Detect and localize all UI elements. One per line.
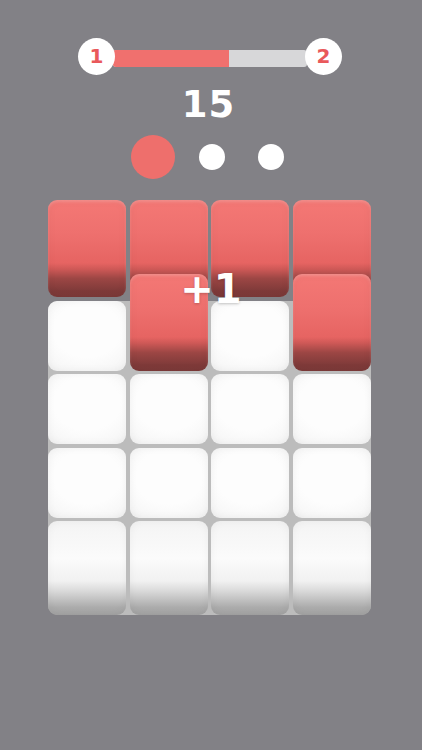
floating-score: +1 bbox=[0, 266, 422, 312]
white-cell-r3c4[interactable] bbox=[293, 374, 371, 444]
level-badge-current: 1 bbox=[78, 38, 115, 75]
white-cell-r5c3[interactable] bbox=[211, 521, 289, 615]
next-color-dot-icon bbox=[199, 144, 225, 170]
white-cell-r3c2[interactable] bbox=[130, 374, 208, 444]
level-progress-fill bbox=[113, 50, 229, 67]
white-cell-r3c3[interactable] bbox=[211, 374, 289, 444]
white-cell-r4c4[interactable] bbox=[293, 448, 371, 518]
level-next-number: 2 bbox=[317, 44, 331, 68]
white-cell-r5c4[interactable] bbox=[293, 521, 371, 615]
white-cell-r5c2[interactable] bbox=[130, 521, 208, 615]
level-current-number: 1 bbox=[90, 44, 104, 68]
white-cell-r3c1[interactable] bbox=[48, 374, 126, 444]
level-progress-track bbox=[113, 50, 307, 67]
game-screen: 1 2 15 +1 bbox=[0, 0, 422, 750]
white-cell-r5c1[interactable] bbox=[48, 521, 126, 615]
taps-counter: 15 bbox=[0, 83, 417, 126]
level-badge-next: 2 bbox=[305, 38, 342, 75]
white-cell-r4c2[interactable] bbox=[130, 448, 208, 518]
next-color-dot-icon bbox=[258, 144, 284, 170]
white-cell-r4c3[interactable] bbox=[211, 448, 289, 518]
active-color-dot-icon bbox=[131, 135, 175, 179]
white-cell-r4c1[interactable] bbox=[48, 448, 126, 518]
